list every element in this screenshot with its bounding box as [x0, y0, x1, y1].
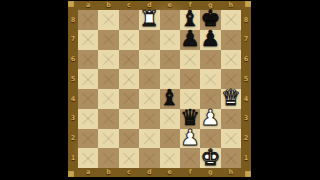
square-h4[interactable]: ♛ — [221, 89, 241, 109]
square-a2[interactable] — [78, 129, 98, 149]
square-c2[interactable] — [119, 129, 139, 149]
board-grid: ♜♝♚♟♟♝♛♛♟♟♚ — [78, 10, 241, 168]
square-b3[interactable] — [98, 109, 118, 129]
square-b4[interactable] — [98, 89, 118, 109]
square-d6[interactable] — [139, 50, 159, 70]
square-d5[interactable] — [139, 69, 159, 89]
piece-black-pawn-g7[interactable]: ♟ — [201, 29, 221, 48]
square-b8[interactable] — [98, 10, 118, 30]
piece-white-rook-d8[interactable]: ♜ — [139, 9, 159, 28]
square-a1[interactable] — [78, 148, 98, 168]
rank-label-7: 7 — [68, 30, 78, 50]
piece-white-pawn-g3[interactable]: ♟ — [201, 108, 221, 127]
border-corner-ornament — [68, 1, 74, 7]
square-g7[interactable]: ♟ — [200, 30, 220, 50]
square-d1[interactable] — [139, 148, 159, 168]
file-label-a: a — [78, 168, 98, 177]
square-c1[interactable] — [119, 148, 139, 168]
square-c4[interactable] — [119, 89, 139, 109]
rank-label-5: 5 — [241, 69, 251, 89]
square-a3[interactable] — [78, 109, 98, 129]
square-h1[interactable] — [221, 148, 241, 168]
square-c7[interactable] — [119, 30, 139, 50]
rank-label-2: 2 — [241, 129, 251, 149]
rank-labels-right: 87654321 — [241, 10, 251, 168]
square-e1[interactable] — [160, 148, 180, 168]
square-h7[interactable] — [221, 30, 241, 50]
square-f7[interactable]: ♟ — [180, 30, 200, 50]
square-b6[interactable] — [98, 50, 118, 70]
square-f2[interactable]: ♟ — [180, 129, 200, 149]
square-a8[interactable] — [78, 10, 98, 30]
file-label-c: c — [119, 1, 139, 10]
square-e6[interactable] — [160, 50, 180, 70]
rank-labels-left: 87654321 — [68, 10, 78, 168]
rank-label-3: 3 — [241, 109, 251, 129]
square-c3[interactable] — [119, 109, 139, 129]
rank-label-3: 3 — [68, 109, 78, 129]
rank-label-1: 1 — [68, 148, 78, 168]
square-c8[interactable] — [119, 10, 139, 30]
square-d3[interactable] — [139, 109, 159, 129]
rank-label-7: 7 — [241, 30, 251, 50]
square-h2[interactable] — [221, 129, 241, 149]
square-b7[interactable] — [98, 30, 118, 50]
rank-label-6: 6 — [241, 50, 251, 70]
rank-label-8: 8 — [241, 10, 251, 30]
file-label-c: c — [119, 168, 139, 177]
square-e4[interactable]: ♝ — [160, 89, 180, 109]
chess-board: abcdefgh abcdefgh 87654321 87654321 ♜♝♚♟… — [68, 1, 251, 177]
square-a5[interactable] — [78, 69, 98, 89]
square-g1[interactable]: ♚ — [200, 148, 220, 168]
square-g3[interactable]: ♟ — [200, 109, 220, 129]
file-label-e: e — [160, 1, 180, 10]
square-h8[interactable] — [221, 10, 241, 30]
file-label-a: a — [78, 1, 98, 10]
rank-label-4: 4 — [68, 89, 78, 109]
piece-white-queen-h4[interactable]: ♛ — [221, 88, 241, 107]
rank-label-4: 4 — [241, 89, 251, 109]
file-label-b: b — [98, 1, 118, 10]
square-d7[interactable] — [139, 30, 159, 50]
square-f1[interactable] — [180, 148, 200, 168]
piece-black-bishop-e4[interactable]: ♝ — [160, 88, 180, 107]
square-e7[interactable] — [160, 30, 180, 50]
rank-label-5: 5 — [68, 69, 78, 89]
square-b5[interactable] — [98, 69, 118, 89]
square-h6[interactable] — [221, 50, 241, 70]
square-c6[interactable] — [119, 50, 139, 70]
square-d8[interactable]: ♜ — [139, 10, 159, 30]
square-d4[interactable] — [139, 89, 159, 109]
square-g6[interactable] — [200, 50, 220, 70]
file-label-d: d — [139, 168, 159, 177]
rank-label-2: 2 — [68, 129, 78, 149]
square-e8[interactable] — [160, 10, 180, 30]
page-background: abcdefgh abcdefgh 87654321 87654321 ♜♝♚♟… — [0, 0, 320, 180]
square-c5[interactable] — [119, 69, 139, 89]
border-corner-ornament — [68, 171, 74, 177]
square-a7[interactable] — [78, 30, 98, 50]
square-h3[interactable] — [221, 109, 241, 129]
border-corner-ornament — [245, 1, 251, 7]
square-b1[interactable] — [98, 148, 118, 168]
square-g5[interactable] — [200, 69, 220, 89]
square-e2[interactable] — [160, 129, 180, 149]
file-label-h: h — [221, 168, 241, 177]
square-d2[interactable] — [139, 129, 159, 149]
square-b2[interactable] — [98, 129, 118, 149]
file-label-f: f — [180, 168, 200, 177]
square-f5[interactable] — [180, 69, 200, 89]
piece-white-pawn-f2[interactable]: ♟ — [180, 128, 200, 147]
square-a6[interactable] — [78, 50, 98, 70]
file-label-h: h — [221, 1, 241, 10]
square-f6[interactable] — [180, 50, 200, 70]
file-label-b: b — [98, 168, 118, 177]
piece-black-pawn-f7[interactable]: ♟ — [180, 29, 200, 48]
border-corner-ornament — [245, 171, 251, 177]
square-a4[interactable] — [78, 89, 98, 109]
rank-label-1: 1 — [241, 148, 251, 168]
piece-white-king-g1[interactable]: ♚ — [201, 148, 221, 167]
rank-label-6: 6 — [68, 50, 78, 70]
square-e3[interactable] — [160, 109, 180, 129]
rank-label-8: 8 — [68, 10, 78, 30]
file-label-e: e — [160, 168, 180, 177]
